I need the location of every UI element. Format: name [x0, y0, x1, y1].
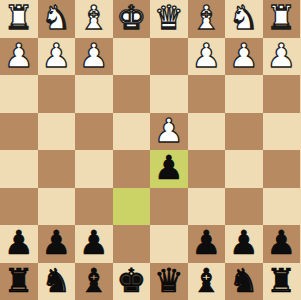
white-pawn-piece[interactable]: ♟ — [154, 112, 184, 150]
square-h6[interactable] — [0, 188, 38, 226]
white-pawn-piece[interactable]: ♟ — [41, 37, 71, 75]
square-g2[interactable]: ♟ — [38, 38, 76, 76]
square-f8[interactable]: ♝ — [75, 263, 113, 300]
square-d8[interactable]: ♛ — [150, 263, 188, 300]
square-a3[interactable] — [263, 75, 301, 113]
white-rook-piece[interactable]: ♜ — [4, 0, 34, 37]
white-knight-piece[interactable]: ♞ — [229, 0, 259, 37]
square-c7[interactable]: ♟ — [188, 225, 226, 263]
square-f1[interactable]: ♝ — [75, 0, 113, 38]
square-h8[interactable]: ♜ — [0, 263, 38, 300]
square-c5[interactable] — [188, 150, 226, 188]
square-a2[interactable]: ♟ — [263, 38, 301, 76]
square-h7[interactable]: ♟ — [0, 225, 38, 263]
black-pawn-piece[interactable]: ♟ — [4, 224, 34, 262]
white-pawn-piece[interactable]: ♟ — [191, 37, 221, 75]
square-c2[interactable]: ♟ — [188, 38, 226, 76]
square-e3[interactable] — [113, 75, 151, 113]
black-pawn-piece[interactable]: ♟ — [191, 224, 221, 262]
square-g4[interactable] — [38, 113, 76, 151]
square-d6[interactable] — [150, 188, 188, 226]
square-e8[interactable]: ♚ — [113, 263, 151, 300]
square-g7[interactable]: ♟ — [38, 225, 76, 263]
square-b7[interactable]: ♟ — [225, 225, 263, 263]
square-a8[interactable]: ♜ — [263, 263, 301, 300]
black-rook-piece[interactable]: ♜ — [4, 262, 34, 300]
black-knight-piece[interactable]: ♞ — [229, 262, 259, 300]
square-e5[interactable] — [113, 150, 151, 188]
square-d7[interactable] — [150, 225, 188, 263]
square-b4[interactable] — [225, 113, 263, 151]
black-pawn-piece[interactable]: ♟ — [154, 149, 184, 187]
white-pawn-piece[interactable]: ♟ — [229, 37, 259, 75]
square-e6[interactable] — [113, 188, 151, 226]
square-f5[interactable] — [75, 150, 113, 188]
square-d4[interactable]: ♟ — [150, 113, 188, 151]
square-d5[interactable]: ♟ — [150, 150, 188, 188]
square-b1[interactable]: ♞ — [225, 0, 263, 38]
square-d1[interactable]: ♛ — [150, 0, 188, 38]
black-rook-piece[interactable]: ♜ — [266, 262, 296, 300]
white-pawn-piece[interactable]: ♟ — [79, 37, 109, 75]
square-h2[interactable]: ♟ — [0, 38, 38, 76]
square-d3[interactable] — [150, 75, 188, 113]
square-h4[interactable] — [0, 113, 38, 151]
black-pawn-piece[interactable]: ♟ — [41, 224, 71, 262]
square-f6[interactable] — [75, 188, 113, 226]
square-f2[interactable]: ♟ — [75, 38, 113, 76]
square-h3[interactable] — [0, 75, 38, 113]
black-pawn-piece[interactable]: ♟ — [79, 224, 109, 262]
square-b8[interactable]: ♞ — [225, 263, 263, 300]
white-pawn-piece[interactable]: ♟ — [4, 37, 34, 75]
square-c1[interactable]: ♝ — [188, 0, 226, 38]
square-b2[interactable]: ♟ — [225, 38, 263, 76]
black-knight-piece[interactable]: ♞ — [41, 262, 71, 300]
square-b6[interactable] — [225, 188, 263, 226]
square-f4[interactable] — [75, 113, 113, 151]
chess-board: ♜♞♝♚♛♝♞♜♟♟♟♟♟♟♟♟♟♟♟♟♟♟♜♞♝♚♛♝♞♜ — [0, 0, 300, 300]
white-bishop-piece[interactable]: ♝ — [191, 0, 221, 37]
square-g8[interactable]: ♞ — [38, 263, 76, 300]
square-g6[interactable] — [38, 188, 76, 226]
white-knight-piece[interactable]: ♞ — [41, 0, 71, 37]
square-a7[interactable]: ♟ — [263, 225, 301, 263]
square-d2[interactable] — [150, 38, 188, 76]
white-rook-piece[interactable]: ♜ — [266, 0, 296, 37]
black-pawn-piece[interactable]: ♟ — [266, 224, 296, 262]
square-e4[interactable] — [113, 113, 151, 151]
square-c3[interactable] — [188, 75, 226, 113]
square-a6[interactable] — [263, 188, 301, 226]
square-a4[interactable] — [263, 113, 301, 151]
square-a1[interactable]: ♜ — [263, 0, 301, 38]
black-bishop-piece[interactable]: ♝ — [191, 262, 221, 300]
square-h5[interactable] — [0, 150, 38, 188]
square-e7[interactable] — [113, 225, 151, 263]
square-h1[interactable]: ♜ — [0, 0, 38, 38]
black-pawn-piece[interactable]: ♟ — [229, 224, 259, 262]
square-g3[interactable] — [38, 75, 76, 113]
square-g5[interactable] — [38, 150, 76, 188]
black-queen-piece[interactable]: ♛ — [154, 262, 184, 300]
white-pawn-piece[interactable]: ♟ — [266, 37, 296, 75]
white-king-piece[interactable]: ♚ — [116, 0, 146, 37]
square-c8[interactable]: ♝ — [188, 263, 226, 300]
black-bishop-piece[interactable]: ♝ — [79, 262, 109, 300]
square-e1[interactable]: ♚ — [113, 0, 151, 38]
square-f7[interactable]: ♟ — [75, 225, 113, 263]
square-e2[interactable] — [113, 38, 151, 76]
square-b3[interactable] — [225, 75, 263, 113]
square-f3[interactable] — [75, 75, 113, 113]
square-b5[interactable] — [225, 150, 263, 188]
square-g1[interactable]: ♞ — [38, 0, 76, 38]
square-c6[interactable] — [188, 188, 226, 226]
black-king-piece[interactable]: ♚ — [116, 262, 146, 300]
square-c4[interactable] — [188, 113, 226, 151]
white-bishop-piece[interactable]: ♝ — [79, 0, 109, 37]
square-a5[interactable] — [263, 150, 301, 188]
white-queen-piece[interactable]: ♛ — [154, 0, 184, 37]
